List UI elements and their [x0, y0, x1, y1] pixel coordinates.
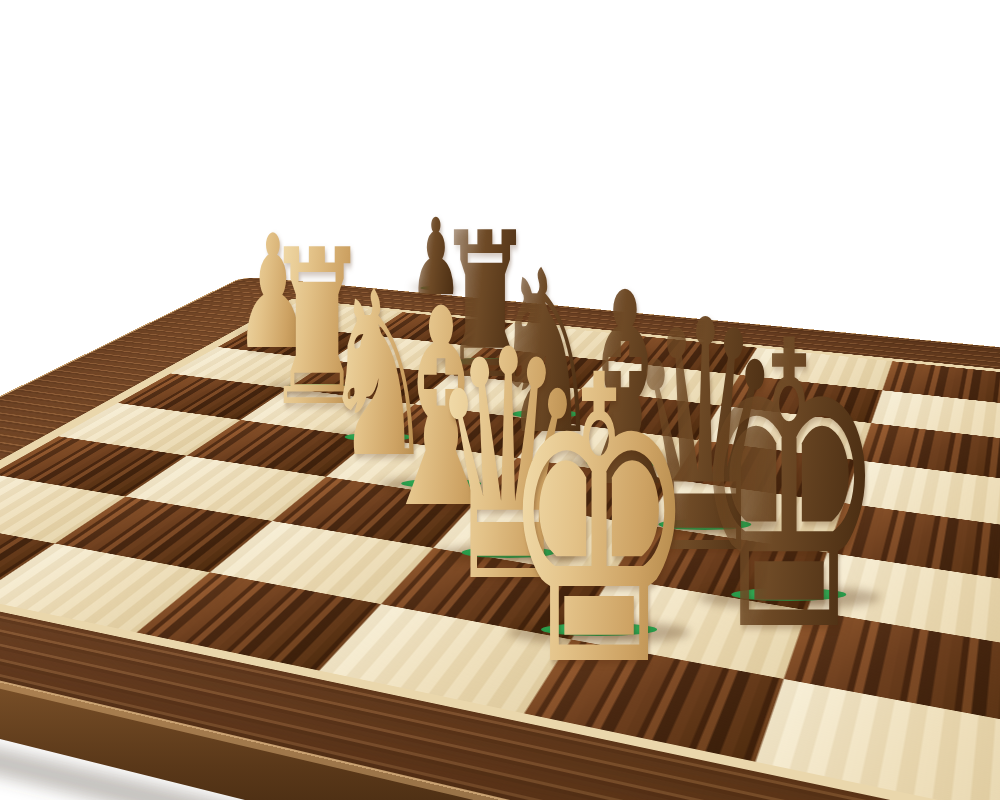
- white-king-glyph: ♚: [501, 325, 696, 721]
- chess-set-photo-scene: ♟♜♞♝♛♚♟♜♞♝♛♚: [0, 0, 1000, 800]
- piece-layer: ♟♜♞♝♛♚♟♜♞♝♛♚: [0, 0, 1000, 800]
- piece-black-king-h3[interactable]: ♚: [682, 302, 896, 599]
- black-king-glyph: ♚: [692, 291, 887, 686]
- piece-white-king-g2[interactable]: ♚: [492, 336, 707, 634]
